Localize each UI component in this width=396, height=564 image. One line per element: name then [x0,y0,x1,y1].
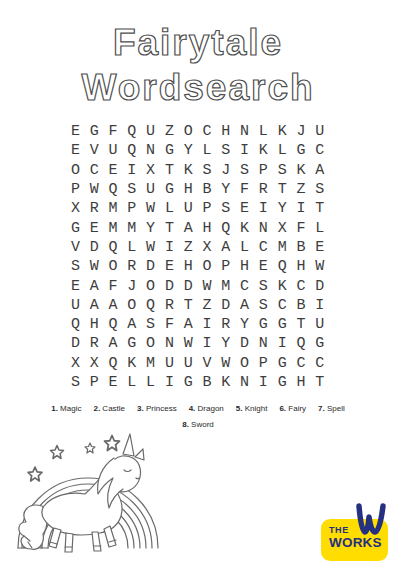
grid-cell: L [198,141,217,160]
grid-cell: X [273,218,292,237]
grid-cell: I [235,141,254,160]
grid-cell: M [141,354,160,373]
grid-cell: E [235,199,254,218]
grid-cell: W [216,354,235,373]
grid-cell: G [292,141,311,160]
grid-cell: B [292,238,311,257]
grid-cell: P [216,257,235,276]
grid-cell: A [85,276,104,295]
word-item: 6. Fairy [279,404,306,413]
grid-cell: N [235,373,254,392]
grid-cell: H [292,257,311,276]
grid-cell: M [216,276,235,295]
grid-cell: S [141,315,160,334]
grid-cell: P [254,354,273,373]
grid-cell: U [179,354,198,373]
grid-cell: H [216,122,235,141]
grid-cell: I [254,199,273,218]
grid-cell: M [122,218,141,237]
grid-cell: C [235,276,254,295]
grid-cell: D [85,238,104,257]
grid-cell: Z [160,122,179,141]
grid-cell: U [179,199,198,218]
grid-cell: T [310,199,329,218]
grid-cell: O [141,276,160,295]
grid-cell: Z [179,238,198,257]
grid-cell: V [85,141,104,160]
grid-cell: R [160,296,179,315]
grid-cell: E [104,161,123,180]
grid-cell: C [85,161,104,180]
grid-cell: U [104,141,123,160]
title-line-1: Fairytale [0,20,396,65]
grid-cell: H [292,373,311,392]
grid-cell: S [216,199,235,218]
grid-cell: T [160,218,179,237]
grid-cell: O [198,257,217,276]
grid-cell: V [66,238,85,257]
hind-leg-2 [65,533,73,552]
grid-cell: K [273,276,292,295]
grid-cell: K [235,218,254,237]
grid-cell: I [254,373,273,392]
grid-cell: G [273,315,292,334]
grid-cell: F [104,122,123,141]
grid-cell: S [66,257,85,276]
nostril [136,478,139,479]
word-item: 7. Spell [318,404,345,413]
grid-cell: K [216,373,235,392]
grid-cell: U [160,354,179,373]
grid-cell: G [160,141,179,160]
word-item: 5. Knight [236,404,268,413]
grid-cell: Y [216,180,235,199]
grid-cell: S [66,373,85,392]
grid-cell: R [216,315,235,334]
grid-cell: K [179,161,198,180]
grid-cell: T [160,161,179,180]
grid-cell: T [292,315,311,334]
grid-cell: W [85,257,104,276]
grid-cell: S [310,180,329,199]
grid-cell: J [216,161,235,180]
grid-cell: U [141,122,160,141]
grid-cell: Q [104,238,123,257]
grid-cell: S [198,161,217,180]
grid-cell: H [179,257,198,276]
grid-cell: D [141,257,160,276]
grid-cell: T [273,180,292,199]
grid-cell: P [85,373,104,392]
grid-cell: U [310,315,329,334]
body-neck-head [42,456,141,535]
grid-cell: Q [292,334,311,353]
grid-cell: Q [122,122,141,141]
grid-cell: X [66,199,85,218]
grid-cell: A [85,296,104,315]
logo-line-works: WORKS [329,535,382,550]
grid-cell: W [141,238,160,257]
grid-cell: I [122,161,141,180]
grid-cell: A [216,238,235,257]
grid-cell: X [141,161,160,180]
grid-cell: A [179,315,198,334]
word-item: 1. Magic [51,404,81,413]
grid-cell: A [122,315,141,334]
logo-line-the: THE [329,525,382,535]
grid-cell: Z [292,180,311,199]
grid-cell: E [66,141,85,160]
grid-cell: I [160,373,179,392]
grid-cell: D [66,334,85,353]
grid-cell: C [310,354,329,373]
grid-cell: A [179,218,198,237]
grid-cell: G [179,373,198,392]
grid-cell: F [160,315,179,334]
grid-cell: I [160,238,179,257]
grid-cell: N [141,141,160,160]
grid-cell: N [254,334,273,353]
grid-cell: I [273,334,292,353]
grid-cell: G [160,180,179,199]
grid-cell: T [179,296,198,315]
wordsearch-grid: EGFQUZOCHNLKJUEVUQNGYLSIKLGCOCEIXTKSJSPS… [66,122,329,392]
grid-cell: L [122,238,141,257]
grid-cell: X [198,238,217,257]
grid-cell: P [66,180,85,199]
grid-cell: W [310,257,329,276]
word-list-row-2: 8. Sword [0,420,396,430]
grid-cell: Q [66,315,85,334]
grid-cell: E [85,218,104,237]
grid-cell: F [292,218,311,237]
grid-cell: G [273,373,292,392]
grid-cell: D [310,276,329,295]
grid-cell: K [292,161,311,180]
grid-cell: G [273,354,292,373]
word-item: 3. Princess [137,404,177,413]
unicorn-illustration [8,430,166,562]
grid-cell: U [66,296,85,315]
grid-cell: F [104,276,123,295]
grid-cell: R [85,199,104,218]
grid-cell: W [141,199,160,218]
logo-text: THE WORKS [329,525,382,550]
grid-cell: S [254,276,273,295]
grid-cell: Y [235,315,254,334]
grid-cell: I [292,199,311,218]
grid-cell: Y [216,334,235,353]
word-item: 8. Sword [182,420,214,429]
grid-cell: Y [141,218,160,237]
grid-cell: L [122,373,141,392]
grid-cell: R [85,334,104,353]
grid-cell: D [160,276,179,295]
grid-cell: N [160,334,179,353]
grid-cell: Q [122,141,141,160]
grid-cell: S [254,296,273,315]
page-title: Fairytale Wordsearch [0,20,396,110]
grid-cell: E [254,257,273,276]
grid-cell: I [198,315,217,334]
grid-cell: J [292,122,311,141]
grid-cell: L [273,141,292,160]
grid-cell: C [310,141,329,160]
title-line-2: Wordsearch [0,65,396,110]
grid-cell: M [273,238,292,257]
word-list-row-1: 1. Magic2. Castle3. Princess4. Dragon5. … [0,404,396,414]
grid-cell: T [310,373,329,392]
grid-cell: G [66,218,85,237]
grid-cell: L [160,199,179,218]
grid-cell: E [104,373,123,392]
grid-cell: Q [104,315,123,334]
grid-cell: U [310,122,329,141]
grid-cell: B [292,296,311,315]
grid-cell: C [292,276,311,295]
grid-cell: P [198,199,217,218]
grid-cell: Q [216,218,235,237]
grid-cell: L [254,122,273,141]
grid-cell: R [254,180,273,199]
grid-cell: F [235,180,254,199]
grid-cell: O [235,354,254,373]
grid-cell: L [310,218,329,237]
grid-cell: B [198,180,217,199]
grid-cell: I [310,296,329,315]
grid-cell: O [104,257,123,276]
grid-cell: Z [198,296,217,315]
grid-cell: K [122,354,141,373]
worksheet-page: Fairytale Wordsearch EGFQUZOCHNLKJUEVUQN… [0,0,396,564]
grid-cell: K [273,122,292,141]
grid-cell: C [198,122,217,141]
grid-cell: W [85,180,104,199]
grid-cell: A [310,161,329,180]
grid-cell: Q [273,257,292,276]
grid-cell: E [66,122,85,141]
grid-cell: X [85,354,104,373]
ear [135,449,144,460]
horn [123,434,134,456]
grid-cell: O [66,161,85,180]
grid-cell: V [198,354,217,373]
grid-cell: H [235,257,254,276]
grid-cell: N [254,218,273,237]
grid-cell: Y [179,141,198,160]
grid-cell: C [292,354,311,373]
grid-cell: W [198,276,217,295]
word-item: 2. Castle [93,404,125,413]
front-leg-2 [92,532,101,551]
grid-cell: C [273,296,292,315]
grid-cell: M [104,199,123,218]
grid-cell: A [235,296,254,315]
grid-cell: H [85,315,104,334]
grid-cell: U [141,180,160,199]
grid-cell: W [179,334,198,353]
grid-cell: D [179,276,198,295]
grid-cell: I [198,334,217,353]
grid-cell: H [179,180,198,199]
grid-cell: H [198,218,217,237]
grid-cell: S [235,161,254,180]
grid-cell: D [216,296,235,315]
grid-cell: N [235,122,254,141]
grid-cell: K [254,141,273,160]
hind-leg-1 [49,528,61,548]
grid-cell: O [141,334,160,353]
grid-cell: A [104,296,123,315]
the-works-logo: THE WORKS [321,519,388,561]
grid-cell: C [254,238,273,257]
eye [124,470,131,472]
grid-cell: S [216,141,235,160]
grid-cell: A [104,334,123,353]
grid-cell: R [122,257,141,276]
front-leg-1 [104,526,116,547]
grid-cell: G [85,122,104,141]
grid-cell: E [160,257,179,276]
grid-cell: M [104,218,123,237]
grid-cell: X [66,354,85,373]
grid-cell: S [273,161,292,180]
grid-cell: E [66,276,85,295]
grid-cell: O [122,296,141,315]
grid-cell: L [235,238,254,257]
grid-cell: Q [104,354,123,373]
grid-cell: Y [273,199,292,218]
grid-cell: E [310,238,329,257]
grid-cell: S [122,180,141,199]
word-item: 4. Dragon [189,404,224,413]
grid-cell: G [122,334,141,353]
grid-cell: G [310,334,329,353]
grid-cell: P [122,199,141,218]
grid-cell: Q [104,180,123,199]
grid-cell: G [254,315,273,334]
grid-cell: B [198,373,217,392]
grid-cell: J [122,276,141,295]
grid-cell: D [235,334,254,353]
grid-cell: O [179,122,198,141]
grid-cell: Q [141,296,160,315]
grid-cell: L [141,373,160,392]
grid-cell: P [254,161,273,180]
